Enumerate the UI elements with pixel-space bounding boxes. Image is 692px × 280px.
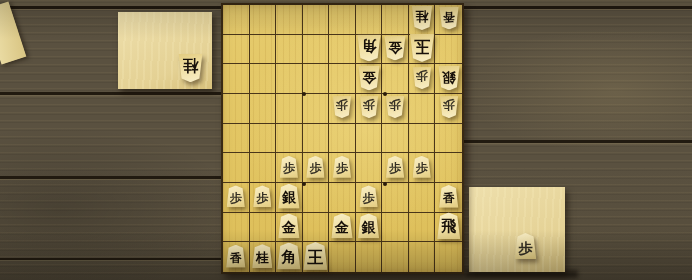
shogi-scene: 桂 歩 桂香角金玉金歩銀歩歩歩歩歩歩歩歩歩歩歩銀歩香金金銀飛香桂角王 xyxy=(0,0,692,280)
photo-vignette xyxy=(0,0,692,280)
